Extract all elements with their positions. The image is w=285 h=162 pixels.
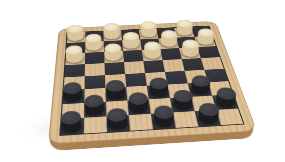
black-checker-piece[interactable] <box>61 120 81 135</box>
black-checker-piece[interactable] <box>172 98 193 111</box>
black-checker-piece[interactable] <box>85 103 104 117</box>
checkers-board <box>48 21 257 144</box>
black-checker-piece[interactable] <box>129 101 149 114</box>
black-checker-piece[interactable] <box>107 88 126 101</box>
product-photo <box>0 0 285 162</box>
black-checker-piece[interactable] <box>149 86 169 98</box>
black-checker-piece[interactable] <box>153 114 174 128</box>
scene <box>0 0 285 162</box>
black-checker-piece[interactable] <box>108 117 128 132</box>
black-checker-piece[interactable] <box>197 112 219 126</box>
black-checker-piece[interactable] <box>63 91 82 104</box>
black-checker-piece[interactable] <box>190 84 211 96</box>
